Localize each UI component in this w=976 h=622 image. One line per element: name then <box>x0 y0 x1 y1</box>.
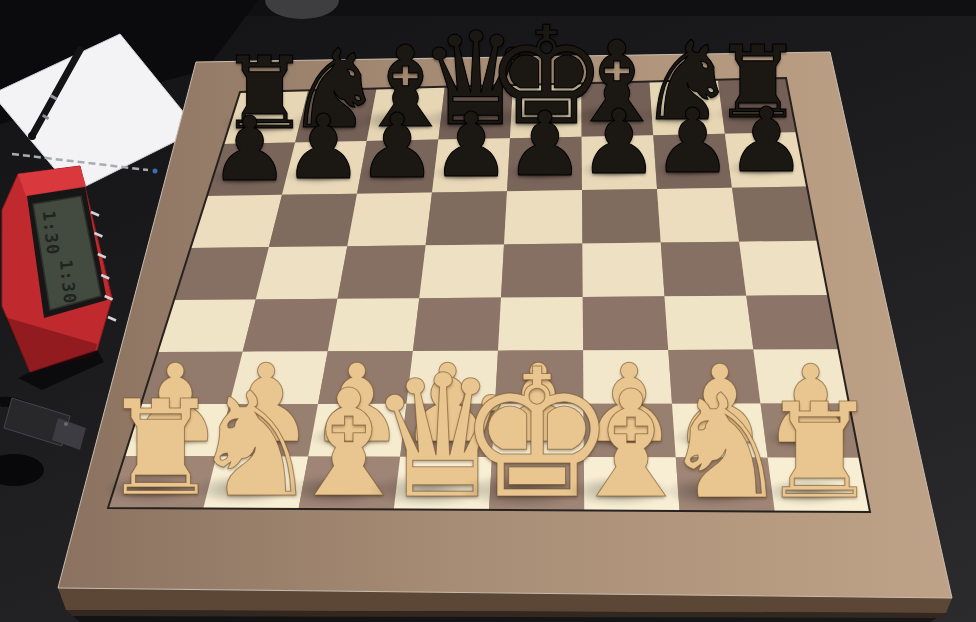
background-object <box>265 0 339 19</box>
square-d6[interactable] <box>426 191 507 245</box>
digital-chess-clock: 1:301:30 <box>2 166 116 390</box>
square-h5[interactable] <box>739 241 828 296</box>
tournament-table-photo: 1:301:30 ♜♞♝♛♚♝♞♜♟♟♟♟♟♟♟♟♟♟♟♟♟♟♟♟♜♞♝♛♚♝♞… <box>0 0 976 622</box>
square-h6[interactable] <box>732 187 818 242</box>
square-f5[interactable] <box>582 243 664 297</box>
square-e6[interactable] <box>504 190 582 244</box>
piece-black-pawn-h7[interactable]: ♟ <box>722 96 811 185</box>
square-d5[interactable] <box>419 244 504 298</box>
square-b6[interactable] <box>269 194 357 247</box>
square-e5[interactable] <box>501 243 583 297</box>
square-g5[interactable] <box>661 242 747 297</box>
cable-connector <box>0 398 86 486</box>
square-c6[interactable] <box>347 192 432 246</box>
square-b5[interactable] <box>256 246 348 299</box>
square-g6[interactable] <box>657 188 739 243</box>
scoresheet-logo-mark <box>153 169 158 174</box>
square-f6[interactable] <box>582 189 661 244</box>
piece-white-rook-h1[interactable]: ♜ <box>753 385 885 517</box>
square-c5[interactable] <box>338 245 426 298</box>
